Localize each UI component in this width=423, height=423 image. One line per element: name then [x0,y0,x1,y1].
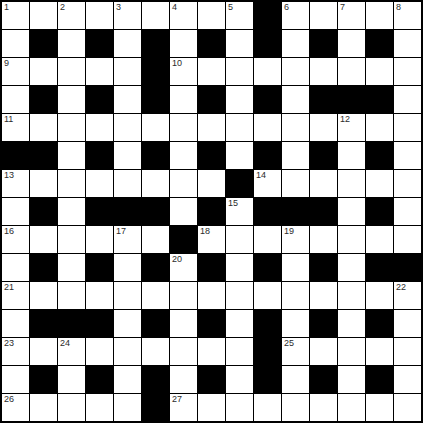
block-cell [142,366,169,393]
letter-cell[interactable] [394,198,421,225]
block-cell [142,58,169,85]
letter-cell[interactable] [310,170,337,197]
clue-number: 17 [116,226,126,237]
letter-cell[interactable] [58,30,85,57]
block-cell [30,86,57,113]
letter-cell[interactable] [394,338,421,365]
block-cell [254,310,281,337]
letter-cell[interactable] [170,170,197,197]
letter-cell[interactable] [2,310,29,337]
clue-number: 22 [396,282,406,293]
block-cell [30,366,57,393]
letter-cell[interactable] [282,86,309,113]
letter-cell[interactable] [338,58,365,85]
letter-cell[interactable] [338,366,365,393]
block-cell [394,254,421,281]
block-cell [338,86,365,113]
letter-cell[interactable] [86,394,113,421]
letter-cell[interactable]: 20 [170,254,197,281]
letter-cell[interactable] [226,366,253,393]
clue-number: 24 [60,338,70,349]
letter-cell[interactable] [226,86,253,113]
letter-cell[interactable] [114,394,141,421]
letter-cell[interactable] [394,114,421,141]
letter-cell[interactable] [310,394,337,421]
block-cell [310,254,337,281]
block-cell [86,366,113,393]
letter-cell[interactable] [114,86,141,113]
letter-cell[interactable] [394,366,421,393]
letter-cell[interactable] [58,282,85,309]
letter-cell[interactable] [338,282,365,309]
block-cell [254,142,281,169]
clue-number: 20 [172,254,182,265]
block-cell [310,310,337,337]
letter-cell[interactable]: 16 [2,226,29,253]
letter-cell[interactable] [114,282,141,309]
letter-cell[interactable] [254,114,281,141]
letter-cell[interactable] [338,198,365,225]
letter-cell[interactable]: 23 [2,338,29,365]
letter-cell[interactable]: 24 [58,338,85,365]
clue-number: 14 [256,170,266,181]
letter-cell[interactable] [366,170,393,197]
letter-cell[interactable] [142,226,169,253]
block-cell [254,198,281,225]
letter-cell[interactable] [58,86,85,113]
letter-cell[interactable] [2,254,29,281]
clue-number: 19 [284,226,294,237]
letter-cell[interactable] [58,366,85,393]
block-cell [86,86,113,113]
letter-cell[interactable]: 3 [114,2,141,29]
letter-cell[interactable] [338,226,365,253]
letter-cell[interactable] [226,282,253,309]
clue-number: 2 [60,2,65,13]
letter-cell[interactable] [170,142,197,169]
letter-cell[interactable] [226,310,253,337]
letter-cell[interactable] [310,2,337,29]
letter-cell[interactable]: 27 [170,394,197,421]
letter-cell[interactable] [198,2,225,29]
letter-cell[interactable] [170,338,197,365]
block-cell [366,30,393,57]
letter-cell[interactable] [2,198,29,225]
block-cell [142,310,169,337]
letter-cell[interactable] [226,142,253,169]
block-cell [142,142,169,169]
letter-cell[interactable]: 25 [282,338,309,365]
letter-cell[interactable] [282,170,309,197]
letter-cell[interactable] [30,2,57,29]
block-cell [366,142,393,169]
clue-number: 3 [116,2,121,13]
letter-cell[interactable] [254,58,281,85]
letter-cell[interactable] [114,366,141,393]
letter-cell[interactable] [58,142,85,169]
letter-cell[interactable] [226,226,253,253]
block-cell [30,254,57,281]
letter-cell[interactable] [282,366,309,393]
clue-number: 15 [228,198,238,209]
letter-cell[interactable] [310,58,337,85]
letter-cell[interactable] [282,254,309,281]
letter-cell[interactable] [86,282,113,309]
block-cell [142,198,169,225]
letter-cell[interactable] [366,58,393,85]
clue-number: 26 [4,394,14,405]
letter-cell[interactable] [142,282,169,309]
letter-cell[interactable]: 12 [338,114,365,141]
letter-cell[interactable]: 9 [2,58,29,85]
clue-number: 23 [4,338,14,349]
block-cell [198,86,225,113]
letter-cell[interactable] [198,114,225,141]
letter-cell[interactable] [198,394,225,421]
clue-number: 16 [4,226,14,237]
letter-cell[interactable]: 11 [2,114,29,141]
letter-cell[interactable] [282,142,309,169]
letter-cell[interactable] [394,142,421,169]
letter-cell[interactable] [30,58,57,85]
letter-cell[interactable] [366,394,393,421]
letter-cell[interactable] [282,394,309,421]
letter-cell[interactable] [30,226,57,253]
letter-cell[interactable]: 26 [2,394,29,421]
letter-cell[interactable] [58,170,85,197]
block-cell [142,254,169,281]
letter-cell[interactable] [170,366,197,393]
block-cell [254,338,281,365]
letter-cell[interactable] [142,2,169,29]
letter-cell[interactable] [282,282,309,309]
clue-number: 12 [340,114,350,125]
block-cell [366,198,393,225]
letter-cell[interactable] [394,394,421,421]
letter-cell[interactable] [86,2,113,29]
letter-cell[interactable] [338,142,365,169]
letter-cell[interactable]: 14 [254,170,281,197]
letter-cell[interactable] [282,58,309,85]
block-cell [226,170,253,197]
letter-cell[interactable] [114,142,141,169]
block-cell [30,310,57,337]
block-cell [30,30,57,57]
letter-cell[interactable]: 15 [226,198,253,225]
clue-number: 6 [284,2,289,13]
block-cell [310,198,337,225]
letter-cell[interactable] [86,114,113,141]
letter-cell[interactable] [58,226,85,253]
letter-cell[interactable] [310,114,337,141]
block-cell [254,2,281,29]
block-cell [198,30,225,57]
letter-cell[interactable] [394,86,421,113]
letter-cell[interactable] [198,170,225,197]
block-cell [86,198,113,225]
letter-cell[interactable] [142,114,169,141]
block-cell [254,254,281,281]
letter-cell[interactable] [338,254,365,281]
letter-cell[interactable] [114,170,141,197]
letter-cell[interactable] [58,114,85,141]
letter-cell[interactable] [226,58,253,85]
block-cell [30,142,57,169]
block-cell [282,198,309,225]
block-cell [86,142,113,169]
letter-cell[interactable]: 22 [394,282,421,309]
letter-cell[interactable] [114,254,141,281]
block-cell [114,198,141,225]
letter-cell[interactable]: 18 [198,226,225,253]
block-cell [142,86,169,113]
block-cell [86,30,113,57]
clue-number: 27 [172,394,182,405]
letter-cell[interactable] [310,338,337,365]
letter-cell[interactable] [198,338,225,365]
letter-cell[interactable] [170,198,197,225]
letter-cell[interactable] [198,282,225,309]
block-cell [198,198,225,225]
letter-cell[interactable] [394,170,421,197]
letter-cell[interactable] [114,58,141,85]
clue-number: 7 [340,2,345,13]
letter-cell[interactable] [30,170,57,197]
block-cell [254,366,281,393]
block-cell [254,30,281,57]
letter-cell[interactable] [114,114,141,141]
block-cell [198,142,225,169]
letter-cell[interactable] [310,282,337,309]
clue-number: 5 [228,2,233,13]
clue-number: 4 [172,2,177,13]
block-cell [30,198,57,225]
letter-cell[interactable] [366,282,393,309]
letter-cell[interactable] [394,226,421,253]
letter-cell[interactable] [170,282,197,309]
letter-cell[interactable] [254,282,281,309]
block-cell [198,366,225,393]
block-cell [142,394,169,421]
letter-cell[interactable] [254,394,281,421]
letter-cell[interactable]: 17 [114,226,141,253]
block-cell [198,254,225,281]
letter-cell[interactable] [394,58,421,85]
letter-cell[interactable]: 10 [170,58,197,85]
letter-cell[interactable]: 5 [226,2,253,29]
letter-cell[interactable] [310,226,337,253]
crossword-board: 1234567891011121314151617181920212223242… [0,0,423,423]
letter-cell[interactable] [114,338,141,365]
letter-cell[interactable]: 2 [58,2,85,29]
clue-number: 9 [4,58,9,69]
letter-cell[interactable] [30,282,57,309]
clue-number: 8 [396,2,401,13]
letter-cell[interactable] [58,58,85,85]
clue-number: 18 [200,226,210,237]
letter-cell[interactable] [226,114,253,141]
letter-cell[interactable] [338,310,365,337]
letter-cell[interactable] [30,394,57,421]
block-cell [310,30,337,57]
block-cell [86,254,113,281]
letter-cell[interactable] [58,198,85,225]
letter-cell[interactable] [226,30,253,57]
letter-cell[interactable] [58,394,85,421]
block-cell [198,310,225,337]
letter-cell[interactable] [226,394,253,421]
block-cell [170,226,197,253]
letter-cell[interactable] [58,254,85,281]
letter-cell[interactable] [170,114,197,141]
letter-cell[interactable]: 21 [2,282,29,309]
letter-cell[interactable] [366,226,393,253]
letter-cell[interactable]: 13 [2,170,29,197]
block-cell [2,142,29,169]
clue-number: 13 [4,170,14,181]
letter-cell[interactable] [338,170,365,197]
letter-cell[interactable] [394,310,421,337]
letter-cell[interactable] [142,338,169,365]
clue-number: 25 [284,338,294,349]
letter-cell[interactable] [2,366,29,393]
letter-cell[interactable] [366,338,393,365]
block-cell [58,310,85,337]
letter-cell[interactable] [338,394,365,421]
letter-cell[interactable] [198,58,225,85]
block-cell [310,366,337,393]
letter-cell[interactable] [366,114,393,141]
letter-cell[interactable] [30,338,57,365]
block-cell [86,310,113,337]
block-cell [310,86,337,113]
block-cell [366,310,393,337]
block-cell [142,30,169,57]
letter-cell[interactable] [282,310,309,337]
letter-cell[interactable] [142,170,169,197]
letter-cell[interactable] [170,30,197,57]
letter-cell[interactable] [86,226,113,253]
letter-cell[interactable] [170,86,197,113]
block-cell [310,142,337,169]
clue-number: 21 [4,282,14,293]
letter-cell[interactable] [2,30,29,57]
block-cell [366,366,393,393]
letter-cell[interactable] [338,338,365,365]
letter-cell[interactable] [114,310,141,337]
letter-cell[interactable] [86,58,113,85]
letter-cell[interactable] [2,86,29,113]
letter-cell[interactable]: 19 [282,226,309,253]
letter-cell[interactable]: 4 [170,2,197,29]
letter-cell[interactable]: 1 [2,2,29,29]
letter-cell[interactable] [170,310,197,337]
letter-cell[interactable] [86,338,113,365]
letter-cell[interactable] [114,30,141,57]
letter-cell[interactable] [30,114,57,141]
letter-cell[interactable] [226,338,253,365]
clue-number: 1 [4,2,9,13]
letter-cell[interactable] [366,2,393,29]
letter-cell[interactable] [282,114,309,141]
letter-cell[interactable] [86,170,113,197]
letter-cell[interactable]: 8 [394,2,421,29]
block-cell [366,86,393,113]
letter-cell[interactable] [254,226,281,253]
letter-cell[interactable] [226,254,253,281]
letter-cell[interactable]: 6 [282,2,309,29]
block-cell [254,86,281,113]
letter-cell[interactable] [338,30,365,57]
letter-cell[interactable] [282,30,309,57]
block-cell [366,254,393,281]
letter-cell[interactable] [394,30,421,57]
clue-number: 11 [4,114,13,125]
clue-number: 10 [172,58,182,69]
letter-cell[interactable]: 7 [338,2,365,29]
